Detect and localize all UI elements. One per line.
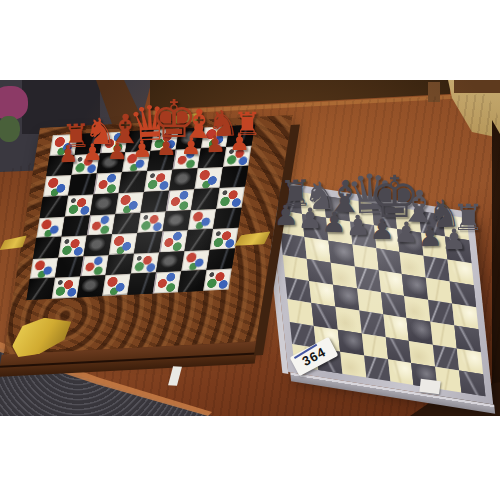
- small-label-sticker: [419, 379, 440, 394]
- board-square[interactable]: [112, 212, 141, 234]
- board-square[interactable]: [153, 272, 182, 294]
- board-square[interactable]: [52, 277, 81, 299]
- chess-piece-pawn[interactable]: ♟: [417, 222, 443, 251]
- chess-piece-pawn[interactable]: ♟: [57, 143, 78, 167]
- board-square[interactable]: [216, 187, 245, 209]
- chess-piece-pawn[interactable]: ♟: [131, 138, 152, 162]
- board-square[interactable]: [141, 191, 170, 213]
- board-square[interactable]: [213, 207, 242, 229]
- chess-piece-pawn[interactable]: ♟: [106, 139, 127, 163]
- board-square[interactable]: [84, 234, 113, 256]
- chess-piece-pawn[interactable]: ♟: [369, 216, 394, 244]
- board-square[interactable]: [194, 167, 223, 189]
- chess-piece-pawn[interactable]: ♟: [345, 212, 371, 241]
- chess-piece-pawn[interactable]: ♟: [180, 134, 201, 158]
- auction-photo-page: ♜♞♝♛♚♝♞♜♟♟♟♟♟♟♟♟ ♜♞♝♛♚♝♞♜♟♟♟♟♟♟♟♟ 364: [0, 0, 500, 500]
- board-square[interactable]: [188, 208, 217, 230]
- board-square[interactable]: [26, 278, 55, 300]
- board-square[interactable]: [68, 174, 97, 196]
- board-square[interactable]: [65, 194, 94, 216]
- chess-piece-pawn[interactable]: ♟: [204, 133, 225, 157]
- chess-piece-pawn[interactable]: ♟: [82, 141, 103, 164]
- board-square[interactable]: [203, 269, 232, 291]
- board-square[interactable]: [137, 211, 166, 233]
- board-square[interactable]: [55, 256, 84, 278]
- board-square[interactable]: [109, 233, 138, 255]
- board-square[interactable]: [144, 170, 173, 192]
- board-square[interactable]: [178, 270, 207, 292]
- board-square[interactable]: [127, 273, 156, 295]
- board-square[interactable]: [87, 214, 116, 236]
- board-square[interactable]: [58, 236, 87, 258]
- board-square[interactable]: [166, 189, 195, 211]
- board-square[interactable]: [210, 228, 239, 250]
- board-square[interactable]: [169, 169, 198, 191]
- board-square[interactable]: [102, 274, 131, 296]
- board-square[interactable]: [159, 230, 188, 252]
- board-square[interactable]: [181, 250, 210, 272]
- board-square[interactable]: [191, 188, 220, 210]
- chess-piece-pawn[interactable]: ♟: [297, 205, 322, 233]
- board-square[interactable]: [33, 237, 62, 259]
- board-square[interactable]: [36, 216, 65, 238]
- board-square[interactable]: [40, 196, 69, 218]
- board-square[interactable]: [93, 173, 122, 195]
- board-square[interactable]: [340, 351, 366, 377]
- board-square[interactable]: [364, 355, 390, 381]
- board-square[interactable]: [105, 254, 134, 276]
- board-square[interactable]: [119, 171, 148, 193]
- board-square[interactable]: [206, 248, 235, 270]
- board-square[interactable]: [156, 251, 185, 273]
- board-square[interactable]: [459, 370, 485, 396]
- board-square[interactable]: [134, 232, 163, 254]
- board-square[interactable]: [90, 193, 119, 215]
- board-square[interactable]: [163, 210, 192, 232]
- board-square[interactable]: [388, 359, 414, 385]
- board-square[interactable]: [62, 215, 91, 237]
- chess-piece-pawn[interactable]: ♟: [393, 219, 419, 248]
- board-square[interactable]: [30, 258, 59, 280]
- board-square[interactable]: [185, 229, 214, 251]
- board-square[interactable]: [115, 192, 144, 214]
- chess-piece-pawn[interactable]: ♟: [321, 209, 347, 238]
- board-square[interactable]: [220, 166, 249, 188]
- board-square[interactable]: [43, 175, 72, 197]
- chess-piece-pawn[interactable]: ♟: [441, 226, 466, 254]
- board-square[interactable]: [77, 276, 106, 298]
- photo: ♜♞♝♛♚♝♞♜♟♟♟♟♟♟♟♟ ♜♞♝♛♚♝♞♜♟♟♟♟♟♟♟♟ 364: [0, 80, 500, 416]
- brass-latch-right: [233, 227, 271, 253]
- chess-piece-pawn[interactable]: ♟: [229, 131, 250, 154]
- board-square[interactable]: [131, 252, 160, 274]
- chess-piece-pawn[interactable]: ♟: [273, 202, 299, 231]
- board-square[interactable]: [80, 255, 109, 277]
- chess-piece-pawn[interactable]: ♟: [156, 136, 177, 159]
